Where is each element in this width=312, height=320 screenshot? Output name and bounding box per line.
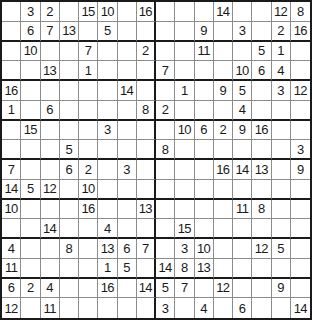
cell-r2c7[interactable] <box>118 22 137 42</box>
cell-r5c5[interactable] <box>79 81 98 101</box>
cell-r3c3[interactable] <box>41 42 60 62</box>
cell-r6c7[interactable] <box>118 101 137 121</box>
cell-r11c3[interactable] <box>41 200 60 220</box>
sudoku-page: 3215101614128671359321610721151131710641… <box>0 0 312 320</box>
cell-r15c15: 9 <box>272 279 291 299</box>
cell-r6c2[interactable] <box>21 101 40 121</box>
cell-r10c10[interactable] <box>175 180 194 200</box>
cell-r9c4: 6 <box>60 160 79 180</box>
cell-r9c5: 2 <box>79 160 98 180</box>
cell-r4c2[interactable] <box>21 61 40 81</box>
cell-r14c5[interactable] <box>79 259 98 279</box>
cell-r6c14[interactable] <box>252 101 271 121</box>
cell-r11c13: 11 <box>233 200 252 220</box>
cell-r15c10: 7 <box>175 279 194 299</box>
cell-r6c5[interactable] <box>79 101 98 121</box>
cell-r2c16: 16 <box>291 22 310 42</box>
cell-r5c14[interactable] <box>252 81 271 101</box>
cell-r4c16[interactable] <box>291 61 310 81</box>
cell-r14c6: 1 <box>98 259 117 279</box>
cell-r11c5: 16 <box>79 200 98 220</box>
cell-r15c6: 16 <box>98 279 117 299</box>
cell-r15c11[interactable] <box>195 279 214 299</box>
cell-r5c3[interactable] <box>41 81 60 101</box>
cell-r12c12[interactable] <box>214 219 233 239</box>
cell-r10c4[interactable] <box>60 180 79 200</box>
cell-r13c16[interactable] <box>291 239 310 259</box>
cell-r14c7: 5 <box>118 259 137 279</box>
cell-r16c1: 12 <box>2 298 21 318</box>
cell-r5c4[interactable] <box>60 81 79 101</box>
cell-r1c5: 15 <box>79 2 98 22</box>
cell-r16c13: 6 <box>233 298 252 318</box>
cell-r1c12: 14 <box>214 2 233 22</box>
cell-r14c16[interactable] <box>291 259 310 279</box>
cell-r7c16[interactable] <box>291 121 310 141</box>
cell-r3c14: 5 <box>252 42 271 62</box>
cell-r12c7[interactable] <box>118 219 137 239</box>
cell-r9c11[interactable] <box>195 160 214 180</box>
cell-r3c7[interactable] <box>118 42 137 62</box>
cell-r14c12[interactable] <box>214 259 233 279</box>
cell-r12c9[interactable] <box>156 219 175 239</box>
cell-r4c11[interactable] <box>195 61 214 81</box>
cell-r1c11[interactable] <box>195 2 214 22</box>
cell-r13c9[interactable] <box>156 239 175 259</box>
cell-r15c2: 2 <box>21 279 40 299</box>
cell-r7c14: 16 <box>252 121 271 141</box>
cell-r3c8: 2 <box>137 42 156 62</box>
cell-r3c6[interactable] <box>98 42 117 62</box>
cell-r1c7[interactable] <box>118 2 137 22</box>
cell-r7c9[interactable] <box>156 121 175 141</box>
cell-r5c16: 12 <box>291 81 310 101</box>
cell-r8c4: 5 <box>60 140 79 160</box>
cell-r9c1: 7 <box>2 160 21 180</box>
cell-r1c8: 16 <box>137 2 156 22</box>
cell-r6c3: 6 <box>41 101 60 121</box>
cell-r10c3: 12 <box>41 180 60 200</box>
cell-r9c12: 16 <box>214 160 233 180</box>
cell-r10c14[interactable] <box>252 180 271 200</box>
cell-r7c11: 6 <box>195 121 214 141</box>
cell-r13c7: 6 <box>118 239 137 259</box>
cell-r4c3: 13 <box>41 61 60 81</box>
cell-r16c15[interactable] <box>272 298 291 318</box>
cell-r13c15: 5 <box>272 239 291 259</box>
cell-r14c9: 14 <box>156 259 175 279</box>
cell-r10c8[interactable] <box>137 180 156 200</box>
cell-r6c15[interactable] <box>272 101 291 121</box>
cell-r15c8: 14 <box>137 279 156 299</box>
cell-r14c4[interactable] <box>60 259 79 279</box>
cell-r7c4[interactable] <box>60 121 79 141</box>
cell-r8c11[interactable] <box>195 140 214 160</box>
cell-r15c13[interactable] <box>233 279 252 299</box>
cell-r9c9[interactable] <box>156 160 175 180</box>
cell-r15c16[interactable] <box>291 279 310 299</box>
cell-r13c5[interactable] <box>79 239 98 259</box>
cell-r11c12[interactable] <box>214 200 233 220</box>
cell-r8c7[interactable] <box>118 140 137 160</box>
cell-r14c1: 11 <box>2 259 21 279</box>
cell-r9c3[interactable] <box>41 160 60 180</box>
cell-r4c4[interactable] <box>60 61 79 81</box>
cell-r7c12: 2 <box>214 121 233 141</box>
cell-r3c12[interactable] <box>214 42 233 62</box>
cell-r6c12[interactable] <box>214 101 233 121</box>
cell-r8c12[interactable] <box>214 140 233 160</box>
cell-r15c9: 5 <box>156 279 175 299</box>
cell-r12c14[interactable] <box>252 219 271 239</box>
cell-r5c15: 3 <box>272 81 291 101</box>
cell-r5c10: 1 <box>175 81 194 101</box>
cell-r7c5[interactable] <box>79 121 98 141</box>
cell-r2c4: 13 <box>60 22 79 42</box>
cell-r6c6[interactable] <box>98 101 117 121</box>
cell-r8c14[interactable] <box>252 140 271 160</box>
cell-r7c10: 10 <box>175 121 194 141</box>
cell-r16c9: 3 <box>156 298 175 318</box>
cell-r5c8[interactable] <box>137 81 156 101</box>
cell-r12c10: 15 <box>175 219 194 239</box>
cell-r12c11[interactable] <box>195 219 214 239</box>
cell-r7c1[interactable] <box>2 121 21 141</box>
cell-r5c9[interactable] <box>156 81 175 101</box>
cell-r5c6[interactable] <box>98 81 117 101</box>
cell-r15c14[interactable] <box>252 279 271 299</box>
cell-r4c8[interactable] <box>137 61 156 81</box>
cell-r3c15: 1 <box>272 42 291 62</box>
cell-r3c11: 11 <box>195 42 214 62</box>
cell-r8c6[interactable] <box>98 140 117 160</box>
cell-r5c1: 16 <box>2 81 21 101</box>
cell-r11c1: 10 <box>2 200 21 220</box>
cell-r13c4: 8 <box>60 239 79 259</box>
cell-r11c8: 13 <box>137 200 156 220</box>
cell-r1c1[interactable] <box>2 2 21 22</box>
cell-r1c13[interactable] <box>233 2 252 22</box>
cell-r11c14: 8 <box>252 200 271 220</box>
cell-r13c12[interactable] <box>214 239 233 259</box>
cell-r14c10: 8 <box>175 259 194 279</box>
cell-r6c8: 8 <box>137 101 156 121</box>
cell-r2c12[interactable] <box>214 22 233 42</box>
cell-r16c11: 4 <box>195 298 214 318</box>
cell-r4c5: 1 <box>79 61 98 81</box>
cell-r4c10[interactable] <box>175 61 194 81</box>
cell-r9c2[interactable] <box>21 160 40 180</box>
cell-r4c13: 10 <box>233 61 252 81</box>
cell-r9c16: 9 <box>291 160 310 180</box>
cell-r11c7[interactable] <box>118 200 137 220</box>
cell-r10c13[interactable] <box>233 180 252 200</box>
cell-r16c3: 11 <box>41 298 60 318</box>
cell-r14c11: 13 <box>195 259 214 279</box>
cell-r16c4[interactable] <box>60 298 79 318</box>
cell-r12c6: 4 <box>98 219 117 239</box>
cell-r2c8[interactable] <box>137 22 156 42</box>
cell-r10c15[interactable] <box>272 180 291 200</box>
cell-r16c6[interactable] <box>98 298 117 318</box>
cell-r3c10[interactable] <box>175 42 194 62</box>
cell-r9c14: 13 <box>252 160 271 180</box>
cell-r11c15[interactable] <box>272 200 291 220</box>
cell-r1c4[interactable] <box>60 2 79 22</box>
cell-r14c8[interactable] <box>137 259 156 279</box>
cell-r12c15[interactable] <box>272 219 291 239</box>
cell-r12c4[interactable] <box>60 219 79 239</box>
cell-r7c3[interactable] <box>41 121 60 141</box>
cell-r16c14[interactable] <box>252 298 271 318</box>
cell-r1c16: 8 <box>291 2 310 22</box>
cell-r11c9[interactable] <box>156 200 175 220</box>
cell-r6c11[interactable] <box>195 101 214 121</box>
cell-r1c15: 12 <box>272 2 291 22</box>
cell-r16c16: 14 <box>291 298 310 318</box>
cell-r16c7[interactable] <box>118 298 137 318</box>
cell-r11c16[interactable] <box>291 200 310 220</box>
cell-r8c13[interactable] <box>233 140 252 160</box>
cell-r5c7: 14 <box>118 81 137 101</box>
cell-r6c13: 4 <box>233 101 252 121</box>
cell-r1c9[interactable] <box>156 2 175 22</box>
cell-r13c11: 10 <box>195 239 214 259</box>
cell-r9c13: 14 <box>233 160 252 180</box>
cell-r5c2[interactable] <box>21 81 40 101</box>
cell-r4c9: 7 <box>156 61 175 81</box>
cell-r15c5[interactable] <box>79 279 98 299</box>
cell-r3c1[interactable] <box>2 42 21 62</box>
cell-r11c4[interactable] <box>60 200 79 220</box>
cell-r16c8[interactable] <box>137 298 156 318</box>
cell-r10c11[interactable] <box>195 180 214 200</box>
cell-r9c15[interactable] <box>272 160 291 180</box>
cell-r7c13: 9 <box>233 121 252 141</box>
cell-r2c6: 5 <box>98 22 117 42</box>
cell-r4c15: 4 <box>272 61 291 81</box>
cell-r15c4[interactable] <box>60 279 79 299</box>
cell-r12c8[interactable] <box>137 219 156 239</box>
cell-r1c14[interactable] <box>252 2 271 22</box>
cell-r12c5[interactable] <box>79 219 98 239</box>
cell-r13c2[interactable] <box>21 239 40 259</box>
cell-r10c9[interactable] <box>156 180 175 200</box>
cell-r13c6: 13 <box>98 239 117 259</box>
cell-r16c12[interactable] <box>214 298 233 318</box>
cell-r10c7[interactable] <box>118 180 137 200</box>
cell-r12c3: 14 <box>41 219 60 239</box>
cell-r13c14: 12 <box>252 239 271 259</box>
cell-r8c16: 3 <box>291 140 310 160</box>
cell-r15c1: 6 <box>2 279 21 299</box>
cell-r15c7[interactable] <box>118 279 137 299</box>
cell-r10c2: 5 <box>21 180 40 200</box>
cell-r15c12: 12 <box>214 279 233 299</box>
cell-r3c16[interactable] <box>291 42 310 62</box>
cell-r4c12[interactable] <box>214 61 233 81</box>
cell-r9c6[interactable] <box>98 160 117 180</box>
cell-r11c6[interactable] <box>98 200 117 220</box>
cell-r10c5: 10 <box>79 180 98 200</box>
sudoku-board: 3215101614128671359321610721151131710641… <box>0 0 312 320</box>
cell-r1c2: 3 <box>21 2 40 22</box>
cell-r6c4[interactable] <box>60 101 79 121</box>
cell-r14c2[interactable] <box>21 259 40 279</box>
cell-r4c6[interactable] <box>98 61 117 81</box>
cell-r13c1: 4 <box>2 239 21 259</box>
cell-r11c11[interactable] <box>195 200 214 220</box>
cell-r6c10[interactable] <box>175 101 194 121</box>
cell-r14c14[interactable] <box>252 259 271 279</box>
cell-r13c10: 3 <box>175 239 194 259</box>
cell-r1c6: 10 <box>98 2 117 22</box>
cell-r16c10[interactable] <box>175 298 194 318</box>
cell-r16c5[interactable] <box>79 298 98 318</box>
cell-r13c3[interactable] <box>41 239 60 259</box>
cell-r2c2: 6 <box>21 22 40 42</box>
cell-r2c14[interactable] <box>252 22 271 42</box>
cell-r5c12: 9 <box>214 81 233 101</box>
cell-r10c16[interactable] <box>291 180 310 200</box>
cell-r2c13: 3 <box>233 22 252 42</box>
cell-r8c3[interactable] <box>41 140 60 160</box>
cell-r10c6[interactable] <box>98 180 117 200</box>
cell-r4c7[interactable] <box>118 61 137 81</box>
cell-r5c11[interactable] <box>195 81 214 101</box>
cell-r10c12[interactable] <box>214 180 233 200</box>
cell-r7c7[interactable] <box>118 121 137 141</box>
cell-r14c3[interactable] <box>41 259 60 279</box>
cell-r10c1: 14 <box>2 180 21 200</box>
cell-r3c2: 10 <box>21 42 40 62</box>
cell-r8c2[interactable] <box>21 140 40 160</box>
cell-r12c13[interactable] <box>233 219 252 239</box>
cell-r12c1[interactable] <box>2 219 21 239</box>
cell-r4c14: 6 <box>252 61 271 81</box>
cell-r11c2[interactable] <box>21 200 40 220</box>
cell-r7c6: 3 <box>98 121 117 141</box>
cell-r3c4[interactable] <box>60 42 79 62</box>
cell-r4c1[interactable] <box>2 61 21 81</box>
cell-r6c16[interactable] <box>291 101 310 121</box>
cell-r2c3: 7 <box>41 22 60 42</box>
cell-r9c8[interactable] <box>137 160 156 180</box>
cell-r13c8: 7 <box>137 239 156 259</box>
cell-r6c1: 1 <box>2 101 21 121</box>
cell-r16c2[interactable] <box>21 298 40 318</box>
cell-r2c10[interactable] <box>175 22 194 42</box>
cell-r11c10[interactable] <box>175 200 194 220</box>
cell-r1c10[interactable] <box>175 2 194 22</box>
cell-r7c8[interactable] <box>137 121 156 141</box>
cell-r3c9[interactable] <box>156 42 175 62</box>
cell-r8c1[interactable] <box>2 140 21 160</box>
cell-r14c15[interactable] <box>272 259 291 279</box>
cell-r9c7: 3 <box>118 160 137 180</box>
cell-r3c13[interactable] <box>233 42 252 62</box>
cell-r8c15[interactable] <box>272 140 291 160</box>
cell-r8c5[interactable] <box>79 140 98 160</box>
cell-r2c5[interactable] <box>79 22 98 42</box>
cell-r12c2[interactable] <box>21 219 40 239</box>
cell-r12c16[interactable] <box>291 219 310 239</box>
cell-r8c9: 8 <box>156 140 175 160</box>
cell-r2c15: 2 <box>272 22 291 42</box>
cell-r13c13[interactable] <box>233 239 252 259</box>
cell-r7c2: 15 <box>21 121 40 141</box>
cell-r7c15[interactable] <box>272 121 291 141</box>
cell-r8c8[interactable] <box>137 140 156 160</box>
cell-r14c13[interactable] <box>233 259 252 279</box>
cell-r5c13: 5 <box>233 81 252 101</box>
cell-r8c10[interactable] <box>175 140 194 160</box>
cell-r2c9[interactable] <box>156 22 175 42</box>
cell-r2c1[interactable] <box>2 22 21 42</box>
cell-r1c3: 2 <box>41 2 60 22</box>
cell-r9c10[interactable] <box>175 160 194 180</box>
cell-r6c9: 2 <box>156 101 175 121</box>
cell-r3c5: 7 <box>79 42 98 62</box>
cell-r2c11: 9 <box>195 22 214 42</box>
cell-r15c3: 4 <box>41 279 60 299</box>
